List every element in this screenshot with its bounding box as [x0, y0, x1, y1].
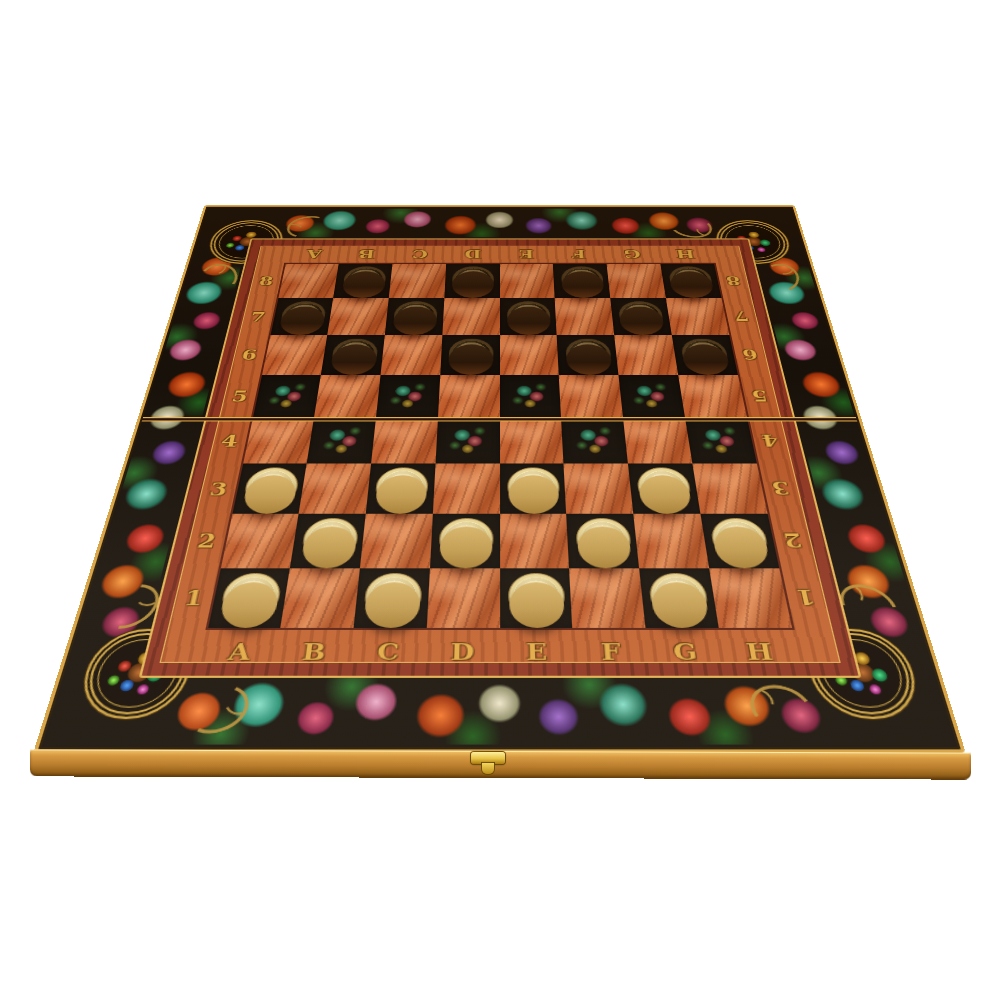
piece-dark-f8[interactable] [560, 266, 605, 293]
coordinate-frame-band [159, 245, 840, 662]
square-e3[interactable] [500, 464, 567, 514]
square-h6[interactable] [672, 335, 738, 375]
piece-dark-f6[interactable] [564, 338, 613, 369]
piece-light-a1[interactable] [218, 573, 283, 620]
piece-light-d2[interactable] [438, 518, 493, 561]
piece-light-g1[interactable] [648, 573, 711, 620]
square-g5[interactable] [618, 375, 684, 418]
square-c3[interactable] [366, 464, 436, 514]
square-b5[interactable] [314, 375, 380, 418]
square-h3[interactable] [692, 464, 767, 514]
square-h8[interactable] [660, 263, 721, 298]
square-h7[interactable] [666, 298, 729, 335]
square-d5[interactable] [438, 375, 500, 418]
square-f6[interactable] [557, 335, 619, 375]
square-e7[interactable] [500, 298, 557, 335]
square-a5[interactable] [253, 375, 322, 418]
square-h2[interactable] [700, 514, 778, 568]
square-g3[interactable] [628, 464, 700, 514]
square-b1[interactable] [281, 568, 360, 627]
piece-light-c1[interactable] [363, 573, 423, 620]
square-e8[interactable] [500, 263, 555, 298]
square-a8[interactable] [278, 263, 339, 298]
square-e6[interactable] [500, 335, 559, 375]
square-g4[interactable] [623, 418, 692, 464]
piece-dark-b6[interactable] [329, 338, 379, 369]
square-b8[interactable] [333, 263, 392, 298]
square-d7[interactable] [442, 298, 499, 335]
game-box: ABCDEFGH ABCDEFGH 87654321 87654321 [33, 205, 966, 753]
piece-light-f2[interactable] [575, 518, 633, 561]
square-d6[interactable] [440, 335, 499, 375]
piece-dark-b8[interactable] [341, 266, 388, 293]
square-h5[interactable] [678, 375, 747, 418]
square-a7[interactable] [270, 298, 333, 335]
piece-dark-g7[interactable] [617, 301, 666, 330]
checkers-board [205, 262, 794, 629]
box-top-face: ABCDEFGH ABCDEFGH 87654321 87654321 [33, 205, 966, 753]
square-d2[interactable] [430, 514, 500, 568]
square-b3[interactable] [299, 464, 371, 514]
square-c8[interactable] [389, 263, 446, 298]
piece-dark-h6[interactable] [679, 338, 731, 369]
square-b7[interactable] [327, 298, 388, 335]
square-f5[interactable] [559, 375, 623, 418]
piece-dark-d8[interactable] [451, 266, 495, 293]
square-h4[interactable] [685, 418, 757, 464]
square-c4[interactable] [371, 418, 438, 464]
floral-garland-bottom [165, 677, 833, 745]
square-c2[interactable] [360, 514, 433, 568]
coordinate-frame-outer [138, 238, 861, 677]
brass-clasp-icon [471, 752, 505, 764]
square-b2[interactable] [290, 514, 366, 568]
square-c5[interactable] [376, 375, 440, 418]
piece-dark-c7[interactable] [392, 301, 439, 330]
piece-dark-h8[interactable] [667, 266, 715, 293]
square-f7[interactable] [555, 298, 614, 335]
square-d4[interactable] [435, 418, 499, 464]
square-g7[interactable] [610, 298, 671, 335]
piece-light-g3[interactable] [636, 467, 693, 507]
piece-light-b2[interactable] [300, 518, 360, 561]
square-a6[interactable] [262, 335, 328, 375]
square-g2[interactable] [633, 514, 709, 568]
piece-dark-d6[interactable] [447, 338, 494, 369]
square-a3[interactable] [232, 464, 307, 514]
square-b4[interactable] [307, 418, 376, 464]
square-f1[interactable] [569, 568, 645, 627]
square-d3[interactable] [433, 464, 500, 514]
square-d8[interactable] [444, 263, 499, 298]
piece-light-e1[interactable] [508, 573, 566, 620]
square-c1[interactable] [354, 568, 430, 627]
piece-light-c3[interactable] [374, 467, 429, 507]
square-f3[interactable] [564, 464, 634, 514]
square-e2[interactable] [500, 514, 570, 568]
square-g6[interactable] [614, 335, 678, 375]
square-e1[interactable] [500, 568, 573, 627]
piece-dark-e7[interactable] [506, 301, 551, 330]
square-c6[interactable] [381, 335, 443, 375]
square-a1[interactable] [208, 568, 290, 627]
square-g1[interactable] [639, 568, 718, 627]
floral-garland-top [280, 209, 720, 238]
square-e5[interactable] [500, 375, 562, 418]
photo-background: ABCDEFGH ABCDEFGH 87654321 87654321 [0, 0, 1000, 1000]
square-d1[interactable] [427, 568, 500, 627]
box-side [30, 749, 971, 779]
square-a4[interactable] [243, 418, 315, 464]
square-c7[interactable] [385, 298, 444, 335]
square-h1[interactable] [709, 568, 791, 627]
square-b6[interactable] [321, 335, 385, 375]
square-a2[interactable] [220, 514, 298, 568]
square-f2[interactable] [566, 514, 639, 568]
piece-light-h2[interactable] [709, 518, 771, 561]
hinge-seam [142, 417, 857, 421]
piece-dark-a7[interactable] [278, 301, 328, 330]
piece-light-a3[interactable] [241, 467, 300, 507]
square-e4[interactable] [500, 418, 564, 464]
piece-light-e3[interactable] [507, 467, 560, 507]
square-f4[interactable] [561, 418, 628, 464]
square-f8[interactable] [553, 263, 610, 298]
square-g8[interactable] [607, 263, 666, 298]
